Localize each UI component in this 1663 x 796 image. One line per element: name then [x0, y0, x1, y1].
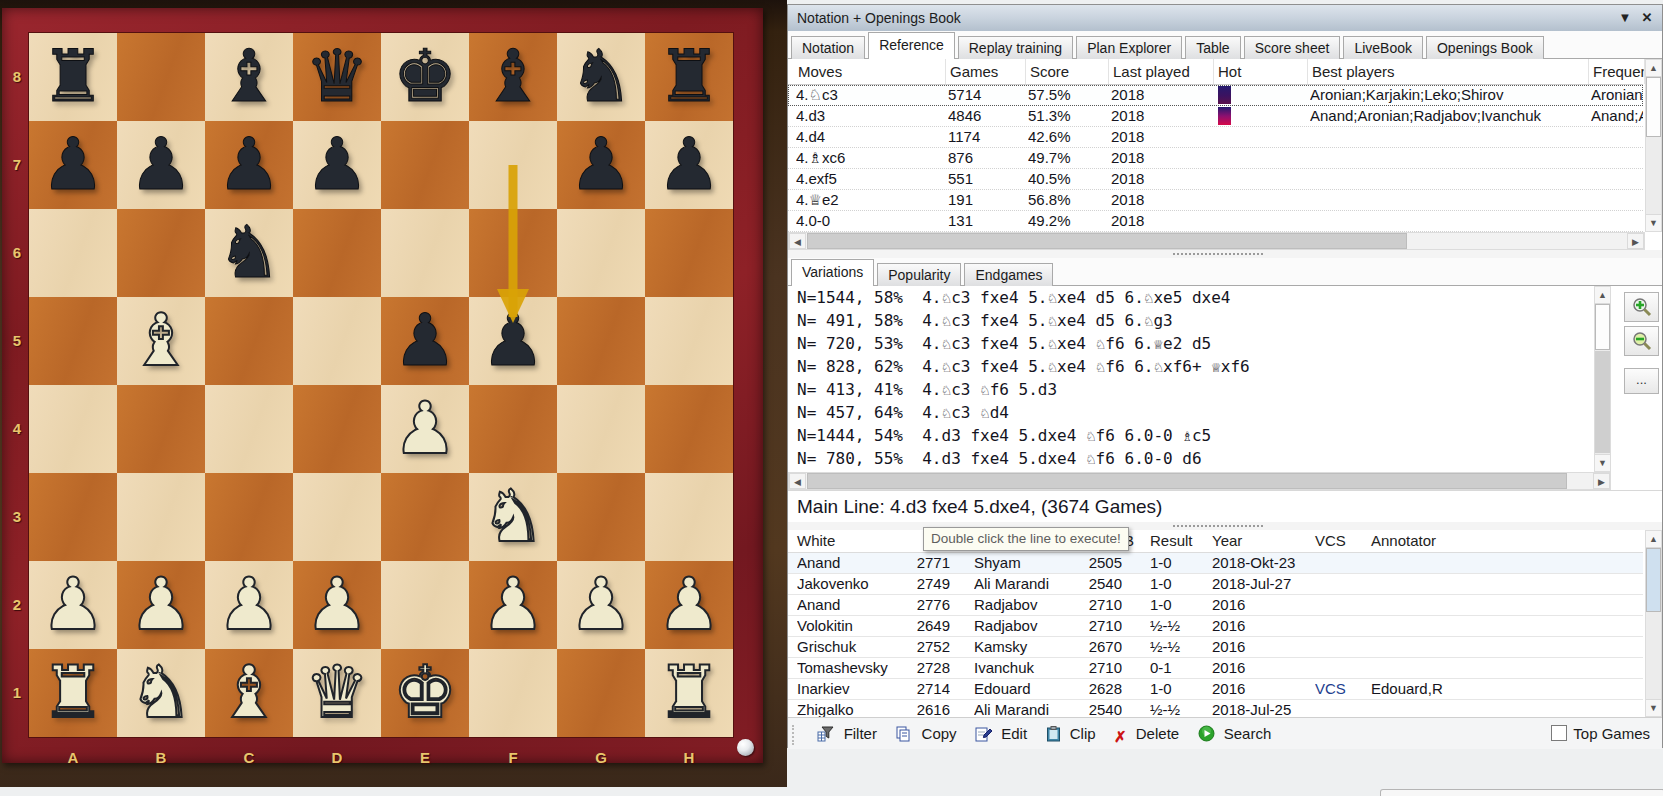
- variations-scrollbar[interactable]: ▲ ▼: [1594, 286, 1611, 472]
- main-tabbar: NotationReferenceReplay trainingPlan Exp…: [788, 31, 1662, 59]
- white-knight[interactable]: ♞: [117, 649, 205, 737]
- file-label-b: B: [117, 747, 205, 769]
- square-a8[interactable]: ♜: [29, 33, 117, 121]
- tooltip: Double click the line to execute!: [923, 527, 1129, 551]
- toolbar-grip: [792, 725, 799, 745]
- moves-hscrollbar[interactable]: ◀ ▶: [788, 232, 1645, 250]
- variation-line[interactable]: N= 828, 62% 4.♘c3 fxe4 5.♘xe4 ♘f6 6.♘xf6…: [788, 355, 1594, 378]
- scroll-left-icon[interactable]: ◀: [789, 233, 806, 249]
- hot-bar: [1218, 107, 1231, 125]
- square-g2[interactable]: ♟: [557, 561, 645, 649]
- tab-notation[interactable]: Notation: [791, 36, 865, 59]
- game-row[interactable]: Zhigalko2616Ali Marandi2540½-½2018-Jul-2…: [788, 700, 1643, 717]
- tab-score-sheet[interactable]: Score sheet: [1244, 36, 1341, 59]
- filter-icon: [817, 721, 834, 753]
- game-row[interactable]: Grischuk2752Kamsky2670½-½2016: [788, 637, 1643, 658]
- square-g4[interactable]: [557, 385, 645, 473]
- square-f3[interactable]: ♞: [469, 473, 557, 561]
- square-e5[interactable]: ♟: [381, 297, 469, 385]
- move-row[interactable]: 4.♘c3571457.5%2018Aronian;Karjakin;Leko;…: [788, 85, 1643, 106]
- rank-label-5: 5: [7, 297, 27, 385]
- move-row[interactable]: 4.♗xc687649.7%2018: [788, 148, 1643, 169]
- scrollbar-thumb[interactable]: [1646, 548, 1661, 612]
- edit-icon: [975, 721, 992, 753]
- white-rook[interactable]: ♜: [29, 649, 117, 737]
- white-pawn[interactable]: ♟: [381, 385, 469, 473]
- moves-col-score[interactable]: Score: [1028, 59, 1109, 84]
- white-knight[interactable]: ♞: [469, 473, 557, 561]
- variation-line[interactable]: N= 457, 64% 4.♘c3 ♘d4: [788, 401, 1594, 424]
- square-a2[interactable]: ♟: [29, 561, 117, 649]
- move-row[interactable]: 4.d4117442.6%2018: [788, 127, 1643, 148]
- square-b1[interactable]: ♞: [117, 649, 205, 737]
- scrollbar-thumb[interactable]: [807, 233, 1407, 249]
- square-e8[interactable]: ♚: [381, 33, 469, 121]
- square-d6[interactable]: [293, 209, 381, 297]
- col-year[interactable]: Year: [1212, 530, 1242, 552]
- game-row[interactable]: Inarkiev2714Edouard26281-02016VCSEdouard…: [788, 679, 1643, 700]
- file-label-d: D: [293, 747, 381, 769]
- square-e6[interactable]: [381, 209, 469, 297]
- square-c3[interactable]: [205, 473, 293, 561]
- white-king[interactable]: ♚: [381, 649, 469, 737]
- moves-col-games[interactable]: Games: [948, 59, 1026, 84]
- square-f2[interactable]: ♟: [469, 561, 557, 649]
- splitter-handle[interactable]: [788, 522, 1662, 530]
- tab-livebook[interactable]: LiveBook: [1343, 36, 1423, 59]
- tab-reference[interactable]: Reference: [868, 32, 955, 59]
- panel-title: Notation + Openings Book: [797, 5, 961, 31]
- square-c8[interactable]: ♝: [205, 33, 293, 121]
- square-c4[interactable]: [205, 385, 293, 473]
- white-rook[interactable]: ♜: [645, 649, 733, 737]
- board-background: 87654321 ABCDEFGH ♜♝♛♚♝♞♜♟♟♟♟♟♟♞♝♟♟♟♞♟♟♟…: [0, 0, 787, 787]
- game-row[interactable]: Jakovenko2749Ali Marandi25401-02018-Jul-…: [788, 574, 1643, 595]
- white-pawn[interactable]: ♟: [557, 561, 645, 649]
- square-h8[interactable]: ♜: [645, 33, 733, 121]
- games-scrollbar[interactable]: ▲ ▼: [1645, 530, 1662, 717]
- game-row[interactable]: Anand2776Radjabov27101-02016: [788, 595, 1643, 616]
- move-row[interactable]: 4.exf555140.5%2018: [788, 169, 1643, 190]
- black-pawn[interactable]: ♟: [469, 297, 557, 385]
- rank-label-2: 2: [7, 561, 27, 649]
- lower-panel-edge: [1380, 789, 1663, 796]
- game-row[interactable]: Tomashevsky2728Ivanchuk27100-12016: [788, 658, 1643, 679]
- square-f7[interactable]: [469, 121, 557, 209]
- white-to-move-indicator: [737, 739, 754, 756]
- variation-line[interactable]: N= 413, 41% 4.♘c3 ♘f6 5.d3: [788, 378, 1594, 401]
- rank-label-4: 4: [7, 385, 27, 473]
- scroll-down-icon[interactable]: ▼: [1646, 214, 1661, 231]
- scroll-down-icon[interactable]: ▼: [1646, 699, 1661, 716]
- notation-openings-panel: Notation + Openings Book ▼ ✕ NotationRef…: [787, 4, 1663, 748]
- sub-tabbar: VariationsPopularityEndgames: [788, 258, 1662, 286]
- chess-board[interactable]: ♜♝♛♚♝♞♜♟♟♟♟♟♟♞♝♟♟♟♞♟♟♟♟♟♟♟♜♞♝♛♚♜: [29, 33, 733, 737]
- zoom-out-games-button[interactable]: [1624, 326, 1659, 356]
- black-pawn[interactable]: ♟: [29, 121, 117, 209]
- moves-col-frequen[interactable]: Frequen: [1591, 59, 1645, 84]
- main-line-bar[interactable]: Main Line: 4.d3 fxe4 5.dxe4, (3674 Games…: [788, 490, 1662, 523]
- game-row[interactable]: Anand2771Shyam25051-02018-Okt-23: [788, 553, 1643, 574]
- square-c6[interactable]: ♞: [205, 209, 293, 297]
- square-b6[interactable]: [117, 209, 205, 297]
- rank-label-1: 1: [7, 649, 27, 737]
- square-e1[interactable]: ♚: [381, 649, 469, 737]
- magnifier-minus-icon: [1631, 330, 1653, 352]
- square-a5[interactable]: [29, 297, 117, 385]
- variation-line[interactable]: N=1544, 58% 4.♘c3 fxe4 5.♘xe4 d5 6.♘xe5 …: [788, 286, 1594, 309]
- square-a1[interactable]: ♜: [29, 649, 117, 737]
- games-table-header: White B Result Year VCS Annotator: [788, 530, 1643, 553]
- moves-table-header: MovesGamesScoreLast playedHotBest player…: [788, 59, 1643, 85]
- clipboard-icon: [1046, 721, 1061, 753]
- file-label-h: H: [645, 747, 733, 769]
- square-c2[interactable]: ♟: [205, 561, 293, 649]
- search-button[interactable]: Search: [1198, 718, 1272, 750]
- subtab-variations[interactable]: Variations: [791, 259, 874, 286]
- square-g6[interactable]: [557, 209, 645, 297]
- subtab-popularity[interactable]: Popularity: [877, 263, 961, 286]
- square-g3[interactable]: [557, 473, 645, 561]
- games-toolbar: Filter Copy Edit Clip ✗ Delete Search To…: [788, 717, 1662, 749]
- scroll-up-icon[interactable]: ▲: [1646, 531, 1661, 548]
- game-row[interactable]: Volokitin2649Radjabov2710½-½2016: [788, 616, 1643, 637]
- splitter-handle[interactable]: [788, 250, 1662, 258]
- black-rook[interactable]: ♜: [645, 33, 733, 121]
- variation-line[interactable]: N= 491, 58% 4.♘c3 fxe4 5.♘xe4 d5 6.♘g3: [788, 309, 1594, 332]
- black-queen[interactable]: ♛: [293, 33, 381, 121]
- square-h4[interactable]: [645, 385, 733, 473]
- search-play-icon: [1198, 721, 1215, 753]
- tab-table[interactable]: Table: [1185, 36, 1240, 59]
- square-b2[interactable]: ♟: [117, 561, 205, 649]
- square-h6[interactable]: [645, 209, 733, 297]
- square-h1[interactable]: ♜: [645, 649, 733, 737]
- square-h3[interactable]: [645, 473, 733, 561]
- black-pawn[interactable]: ♟: [381, 297, 469, 385]
- black-pawn[interactable]: ♟: [205, 121, 293, 209]
- moves-col-hot[interactable]: Hot: [1216, 59, 1308, 84]
- white-bishop[interactable]: ♝: [205, 649, 293, 737]
- white-pawn[interactable]: ♟: [29, 561, 117, 649]
- move-row[interactable]: 4.0-013149.2%2018: [788, 211, 1643, 232]
- square-e4[interactable]: ♟: [381, 385, 469, 473]
- square-e2[interactable]: [381, 561, 469, 649]
- square-f1[interactable]: [469, 649, 557, 737]
- scroll-right-icon[interactable]: ▶: [1593, 473, 1610, 489]
- black-bishop[interactable]: ♝: [205, 33, 293, 121]
- file-label-a: A: [29, 747, 117, 769]
- scroll-up-icon[interactable]: ▲: [1595, 287, 1610, 304]
- delete-button[interactable]: ✗ Delete: [1114, 718, 1179, 750]
- square-h5[interactable]: [645, 297, 733, 385]
- white-pawn[interactable]: ♟: [205, 561, 293, 649]
- white-queen[interactable]: ♛: [293, 649, 381, 737]
- moves-scrollbar[interactable]: ▲ ▼: [1645, 59, 1662, 232]
- square-g5[interactable]: [557, 297, 645, 385]
- square-h2[interactable]: ♟: [645, 561, 733, 649]
- square-f8[interactable]: ♝: [469, 33, 557, 121]
- square-d5[interactable]: [293, 297, 381, 385]
- square-g1[interactable]: [557, 649, 645, 737]
- black-king[interactable]: ♚: [381, 33, 469, 121]
- black-bishop[interactable]: ♝: [469, 33, 557, 121]
- white-bishop[interactable]: ♝: [117, 297, 205, 385]
- scrollbar-thumb[interactable]: [1595, 304, 1610, 350]
- collapse-icon[interactable]: ▼: [1614, 5, 1636, 31]
- col-annotator[interactable]: Annotator: [1371, 530, 1436, 552]
- subtab-endgames[interactable]: Endgames: [964, 263, 1053, 286]
- tab-plan-explorer[interactable]: Plan Explorer: [1076, 36, 1182, 59]
- filter-button[interactable]: Filter: [817, 718, 877, 750]
- square-c1[interactable]: ♝: [205, 649, 293, 737]
- scroll-left-icon[interactable]: ◀: [789, 473, 806, 489]
- copy-button[interactable]: Copy: [895, 718, 956, 750]
- edit-button[interactable]: Edit: [975, 718, 1027, 750]
- copy-icon: [895, 721, 912, 753]
- rank-label-8: 8: [7, 33, 27, 121]
- square-d2[interactable]: ♟: [293, 561, 381, 649]
- square-d3[interactable]: [293, 473, 381, 561]
- square-a4[interactable]: [29, 385, 117, 473]
- moves-col-best-players[interactable]: Best players: [1310, 59, 1589, 84]
- variation-line[interactable]: N=1444, 54% 4.d3 fxe4 5.dxe4 ♘f6 6.0-0 ♗…: [788, 424, 1594, 447]
- white-pawn[interactable]: ♟: [293, 561, 381, 649]
- black-pawn[interactable]: ♟: [557, 121, 645, 209]
- square-b4[interactable]: [117, 385, 205, 473]
- move-row[interactable]: 4.d3484651.3%2018Anand;Aronian;Radjabov;…: [788, 106, 1643, 127]
- moves-col-moves[interactable]: Moves: [796, 59, 946, 84]
- square-b7[interactable]: ♟: [117, 121, 205, 209]
- black-knight[interactable]: ♞: [557, 33, 645, 121]
- hot-bar: [1218, 86, 1231, 104]
- square-e7[interactable]: [381, 121, 469, 209]
- file-label-c: C: [205, 747, 293, 769]
- moves-table: 4.♘c3571457.5%2018Aronian;Karjakin;Leko;…: [788, 85, 1643, 232]
- tab-openings-book[interactable]: Openings Book: [1426, 36, 1544, 59]
- square-d8[interactable]: ♛: [293, 33, 381, 121]
- square-a3[interactable]: [29, 473, 117, 561]
- scroll-up-icon[interactable]: ▲: [1646, 60, 1661, 77]
- white-pawn[interactable]: ♟: [469, 561, 557, 649]
- top-games-checkbox[interactable]: Top Games: [1551, 718, 1650, 750]
- square-g7[interactable]: ♟: [557, 121, 645, 209]
- white-pawn[interactable]: ♟: [117, 561, 205, 649]
- variation-line[interactable]: N= 780, 55% 4.d3 fxe4 5.dxe4 ♘f6 6.0-0 d…: [788, 447, 1594, 470]
- rank-label-3: 3: [7, 473, 27, 561]
- variations-hscrollbar[interactable]: ◀ ▶: [788, 472, 1611, 490]
- close-icon[interactable]: ✕: [1636, 5, 1658, 31]
- scroll-down-icon[interactable]: ▼: [1595, 454, 1610, 471]
- black-pawn[interactable]: ♟: [117, 121, 205, 209]
- panel-titlebar[interactable]: Notation + Openings Book ▼ ✕: [788, 5, 1662, 32]
- square-f4[interactable]: [469, 385, 557, 473]
- square-a7[interactable]: ♟: [29, 121, 117, 209]
- games-table: Anand2771Shyam25051-02018-Okt-23Jakovenk…: [788, 553, 1643, 717]
- square-b3[interactable]: [117, 473, 205, 561]
- file-label-e: E: [381, 747, 469, 769]
- variation-line[interactable]: N= 720, 53% 4.♘c3 fxe4 5.♘xe4 ♘f6 6.♕e2 …: [788, 332, 1594, 355]
- square-c5[interactable]: [205, 297, 293, 385]
- col-vcs[interactable]: VCS: [1315, 530, 1346, 552]
- scrollbar-thumb[interactable]: [1646, 77, 1661, 137]
- square-c7[interactable]: ♟: [205, 121, 293, 209]
- square-d7[interactable]: ♟: [293, 121, 381, 209]
- tab-replay-training[interactable]: Replay training: [958, 36, 1073, 59]
- magnifier-plus-icon: [1631, 296, 1653, 318]
- black-rook[interactable]: ♜: [29, 33, 117, 121]
- square-d1[interactable]: ♛: [293, 649, 381, 737]
- variations-list[interactable]: N=1544, 58% 4.♘c3 fxe4 5.♘xe4 d5 6.♘xe5 …: [788, 286, 1594, 472]
- delete-x-icon: ✗: [1114, 721, 1127, 753]
- square-b5[interactable]: ♝: [117, 297, 205, 385]
- checkbox-icon[interactable]: [1551, 725, 1567, 741]
- col-result[interactable]: Result: [1150, 530, 1193, 552]
- square-d4[interactable]: [293, 385, 381, 473]
- white-pawn[interactable]: ♟: [645, 561, 733, 649]
- moves-col-last-played[interactable]: Last played: [1111, 59, 1214, 84]
- rank-label-6: 6: [7, 209, 27, 297]
- square-f6[interactable]: [469, 209, 557, 297]
- square-b8[interactable]: [117, 33, 205, 121]
- square-g8[interactable]: ♞: [557, 33, 645, 121]
- black-pawn[interactable]: ♟: [645, 121, 733, 209]
- square-e3[interactable]: [381, 473, 469, 561]
- rank-label-7: 7: [7, 121, 27, 209]
- scrollbar-thumb[interactable]: [807, 473, 1567, 489]
- black-knight[interactable]: ♞: [205, 209, 293, 297]
- file-label-g: G: [557, 747, 645, 769]
- square-f5[interactable]: ♟: [469, 297, 557, 385]
- zoom-in-games-button[interactable]: [1624, 292, 1659, 322]
- black-pawn[interactable]: ♟: [293, 121, 381, 209]
- col-white[interactable]: White: [797, 530, 835, 552]
- scroll-right-icon[interactable]: ▶: [1627, 233, 1644, 249]
- file-label-f: F: [469, 747, 557, 769]
- main-line-text: Main Line: 4.d3 fxe4 5.dxe4, (3674 Games…: [788, 491, 1662, 518]
- square-h7[interactable]: ♟: [645, 121, 733, 209]
- move-row[interactable]: 4.♕e219156.8%2018: [788, 190, 1643, 211]
- clip-button[interactable]: Clip: [1046, 718, 1096, 750]
- more-options-button[interactable]: ...: [1624, 368, 1659, 394]
- square-a6[interactable]: [29, 209, 117, 297]
